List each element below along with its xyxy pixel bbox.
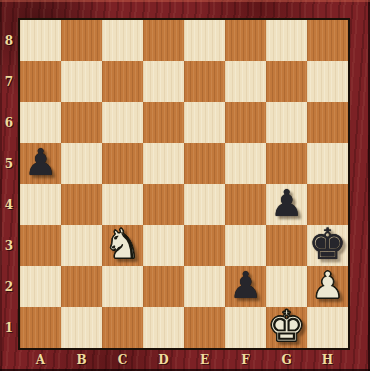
file-label-d: D — [143, 350, 184, 369]
rank-label-2: 2 — [0, 266, 18, 307]
square-f2[interactable]: ♟ — [225, 266, 266, 307]
square-a8[interactable] — [20, 20, 61, 61]
square-b3[interactable] — [61, 225, 102, 266]
black-pawn[interactable]: ♟ — [229, 267, 262, 304]
square-h1[interactable] — [307, 307, 348, 348]
square-g3[interactable] — [266, 225, 307, 266]
square-h5[interactable] — [307, 143, 348, 184]
black-pawn[interactable]: ♟ — [24, 144, 57, 181]
white-pawn[interactable]: ♟ — [311, 267, 344, 304]
rank-label-1: 1 — [0, 307, 18, 348]
square-a6[interactable] — [20, 102, 61, 143]
rank-labels: 87654321 — [0, 20, 18, 348]
file-label-c: C — [102, 350, 143, 369]
square-c5[interactable] — [102, 143, 143, 184]
square-e6[interactable] — [184, 102, 225, 143]
square-a5[interactable]: ♟ — [20, 143, 61, 184]
square-e4[interactable] — [184, 184, 225, 225]
square-a3[interactable] — [20, 225, 61, 266]
rank-label-5: 5 — [0, 143, 18, 184]
file-label-h: H — [307, 350, 348, 369]
square-b6[interactable] — [61, 102, 102, 143]
square-g8[interactable] — [266, 20, 307, 61]
file-label-b: B — [61, 350, 102, 369]
file-label-a: A — [20, 350, 61, 369]
square-e1[interactable] — [184, 307, 225, 348]
rank-label-4: 4 — [0, 184, 18, 225]
square-h6[interactable] — [307, 102, 348, 143]
square-b5[interactable] — [61, 143, 102, 184]
square-a1[interactable] — [20, 307, 61, 348]
white-king[interactable]: ♚ — [267, 305, 306, 348]
square-d4[interactable] — [143, 184, 184, 225]
square-b2[interactable] — [61, 266, 102, 307]
square-e7[interactable] — [184, 61, 225, 102]
square-g5[interactable] — [266, 143, 307, 184]
square-d2[interactable] — [143, 266, 184, 307]
square-d1[interactable] — [143, 307, 184, 348]
square-f6[interactable] — [225, 102, 266, 143]
rank-label-7: 7 — [0, 61, 18, 102]
square-d6[interactable] — [143, 102, 184, 143]
square-g6[interactable] — [266, 102, 307, 143]
square-a7[interactable] — [20, 61, 61, 102]
square-f3[interactable] — [225, 225, 266, 266]
rank-label-8: 8 — [0, 20, 18, 61]
square-e3[interactable] — [184, 225, 225, 266]
square-f1[interactable] — [225, 307, 266, 348]
square-e8[interactable] — [184, 20, 225, 61]
square-h3[interactable]: ♚ — [307, 225, 348, 266]
square-d8[interactable] — [143, 20, 184, 61]
file-label-g: G — [266, 350, 307, 369]
square-f5[interactable] — [225, 143, 266, 184]
chess-diagram-window: ♟♟♞♚♟♟♚ 87654321 ABCDEFGH — [0, 0, 370, 371]
square-c6[interactable] — [102, 102, 143, 143]
square-b4[interactable] — [61, 184, 102, 225]
square-d7[interactable] — [143, 61, 184, 102]
square-f4[interactable] — [225, 184, 266, 225]
square-g7[interactable] — [266, 61, 307, 102]
square-a4[interactable] — [20, 184, 61, 225]
square-d5[interactable] — [143, 143, 184, 184]
square-c4[interactable] — [102, 184, 143, 225]
square-c2[interactable] — [102, 266, 143, 307]
square-g1[interactable]: ♚ — [266, 307, 307, 348]
square-g4[interactable]: ♟ — [266, 184, 307, 225]
square-b1[interactable] — [61, 307, 102, 348]
square-b7[interactable] — [61, 61, 102, 102]
file-label-e: E — [184, 350, 225, 369]
black-king[interactable]: ♚ — [308, 223, 347, 266]
rank-label-3: 3 — [0, 225, 18, 266]
black-pawn[interactable]: ♟ — [270, 185, 303, 222]
rank-label-6: 6 — [0, 102, 18, 143]
square-c1[interactable] — [102, 307, 143, 348]
square-f7[interactable] — [225, 61, 266, 102]
file-label-f: F — [225, 350, 266, 369]
square-h8[interactable] — [307, 20, 348, 61]
square-e5[interactable] — [184, 143, 225, 184]
square-b8[interactable] — [61, 20, 102, 61]
square-e2[interactable] — [184, 266, 225, 307]
square-f8[interactable] — [225, 20, 266, 61]
square-h2[interactable]: ♟ — [307, 266, 348, 307]
board: ♟♟♞♚♟♟♚ — [18, 18, 350, 350]
file-labels: ABCDEFGH — [20, 350, 348, 369]
square-c3[interactable]: ♞ — [102, 225, 143, 266]
square-h7[interactable] — [307, 61, 348, 102]
square-a2[interactable] — [20, 266, 61, 307]
white-knight[interactable]: ♞ — [104, 224, 141, 265]
square-d3[interactable] — [143, 225, 184, 266]
square-c7[interactable] — [102, 61, 143, 102]
square-c8[interactable] — [102, 20, 143, 61]
